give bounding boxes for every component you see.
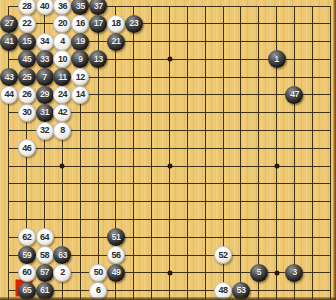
intersection-D7[interactable]	[54, 211, 72, 229]
intersection-E7[interactable]	[71, 211, 89, 229]
intersection-N4[interactable]	[214, 264, 232, 282]
intersection-R11[interactable]	[286, 139, 304, 157]
intersection-A5[interactable]	[0, 246, 18, 264]
intersection-R19[interactable]	[286, 0, 304, 15]
intersection-O14[interactable]	[232, 86, 250, 104]
intersection-O9[interactable]	[232, 175, 250, 193]
intersection-G15[interactable]	[107, 68, 125, 86]
intersection-M5[interactable]	[196, 246, 214, 264]
intersection-Q5[interactable]	[268, 246, 286, 264]
intersection-O19[interactable]	[232, 0, 250, 15]
intersection-N18[interactable]	[214, 15, 232, 33]
intersection-E9[interactable]	[71, 175, 89, 193]
intersection-D16[interactable]: 10	[54, 51, 72, 69]
intersection-L4[interactable]	[178, 264, 196, 282]
intersection-E11[interactable]	[71, 139, 89, 157]
intersection-K14[interactable]	[161, 86, 179, 104]
intersection-E16[interactable]: 9	[71, 51, 89, 69]
intersection-B12[interactable]	[18, 122, 36, 140]
intersection-P18[interactable]	[250, 15, 268, 33]
intersection-A19[interactable]	[0, 0, 18, 15]
intersection-D11[interactable]	[54, 139, 72, 157]
intersection-O12[interactable]	[232, 122, 250, 140]
intersection-J5[interactable]	[143, 246, 161, 264]
intersection-L5[interactable]	[178, 246, 196, 264]
intersection-D19[interactable]: 36	[54, 0, 72, 15]
intersection-R9[interactable]	[286, 175, 304, 193]
intersection-M16[interactable]	[196, 51, 214, 69]
intersection-E17[interactable]: 19	[71, 33, 89, 51]
intersection-D14[interactable]: 24	[54, 86, 72, 104]
intersection-C9[interactable]	[36, 175, 54, 193]
intersection-Q4[interactable]	[268, 264, 286, 282]
intersection-N11[interactable]	[214, 139, 232, 157]
intersection-P12[interactable]	[250, 122, 268, 140]
intersection-G4[interactable]: 49	[107, 264, 125, 282]
intersection-P9[interactable]	[250, 175, 268, 193]
intersection-N14[interactable]	[214, 86, 232, 104]
intersection-F4[interactable]: 50	[89, 264, 107, 282]
intersection-R17[interactable]	[286, 33, 304, 51]
intersection-M11[interactable]	[196, 139, 214, 157]
intersection-R13[interactable]	[286, 104, 304, 122]
intersection-F17[interactable]	[89, 33, 107, 51]
intersection-S16[interactable]	[303, 51, 321, 69]
intersection-C12[interactable]: 32	[36, 122, 54, 140]
intersection-G9[interactable]	[107, 175, 125, 193]
intersection-O16[interactable]	[232, 51, 250, 69]
intersection-S12[interactable]	[303, 122, 321, 140]
intersection-A12[interactable]	[0, 122, 18, 140]
intersection-O5[interactable]	[232, 246, 250, 264]
intersection-C13[interactable]: 31	[36, 104, 54, 122]
intersection-H18[interactable]: 23	[125, 15, 143, 33]
intersection-K15[interactable]	[161, 68, 179, 86]
intersection-Q12[interactable]	[268, 122, 286, 140]
intersection-Q15[interactable]	[268, 68, 286, 86]
intersection-J18[interactable]	[143, 15, 161, 33]
intersection-M15[interactable]	[196, 68, 214, 86]
intersection-E12[interactable]	[71, 122, 89, 140]
intersection-C4[interactable]: 57	[36, 264, 54, 282]
intersection-R15[interactable]	[286, 68, 304, 86]
intersection-N8[interactable]	[214, 193, 232, 211]
intersection-H14[interactable]	[125, 86, 143, 104]
intersection-D5[interactable]: 63	[54, 246, 72, 264]
intersection-D6[interactable]	[54, 228, 72, 246]
intersection-E13[interactable]	[71, 104, 89, 122]
intersection-N9[interactable]	[214, 175, 232, 193]
intersection-A15[interactable]: 43	[0, 68, 18, 86]
intersection-B19[interactable]: 28	[18, 0, 36, 15]
intersection-S8[interactable]	[303, 193, 321, 211]
intersection-O10[interactable]	[232, 157, 250, 175]
intersection-A16[interactable]	[0, 51, 18, 69]
intersection-K19[interactable]	[161, 0, 179, 15]
intersection-D15[interactable]: 11	[54, 68, 72, 86]
intersection-K13[interactable]	[161, 104, 179, 122]
intersection-B17[interactable]: 15	[18, 33, 36, 51]
intersection-F5[interactable]	[89, 246, 107, 264]
intersection-B8[interactable]	[18, 193, 36, 211]
intersection-H6[interactable]	[125, 228, 143, 246]
intersection-S19[interactable]	[303, 0, 321, 15]
intersection-R5[interactable]	[286, 246, 304, 264]
intersection-B14[interactable]: 26	[18, 86, 36, 104]
intersection-M7[interactable]	[196, 211, 214, 229]
intersection-F16[interactable]: 13	[89, 51, 107, 69]
intersection-N15[interactable]	[214, 68, 232, 86]
intersection-Q18[interactable]	[268, 15, 286, 33]
intersection-R7[interactable]	[286, 211, 304, 229]
intersection-L19[interactable]	[178, 0, 196, 15]
intersection-B16[interactable]: 45	[18, 51, 36, 69]
intersection-G14[interactable]	[107, 86, 125, 104]
stone-white-60: 60	[18, 264, 36, 282]
stone-black-15: 15	[18, 33, 36, 51]
intersection-C8[interactable]	[36, 193, 54, 211]
intersection-H10[interactable]	[125, 157, 143, 175]
intersection-Q6[interactable]	[268, 228, 286, 246]
intersection-H5[interactable]	[125, 246, 143, 264]
stone-black-7: 7	[36, 68, 54, 86]
intersection-L6[interactable]	[178, 228, 196, 246]
intersection-Q17[interactable]	[268, 33, 286, 51]
intersection-C11[interactable]	[36, 139, 54, 157]
intersection-C6[interactable]: 64	[36, 228, 54, 246]
intersection-A9[interactable]	[0, 175, 18, 193]
stone-black-3: 3	[285, 264, 303, 282]
intersection-H12[interactable]	[125, 122, 143, 140]
intersection-O18[interactable]	[232, 15, 250, 33]
intersection-J11[interactable]	[143, 139, 161, 157]
intersection-N13[interactable]	[214, 104, 232, 122]
intersection-N5[interactable]: 52	[214, 246, 232, 264]
intersection-N16[interactable]	[214, 51, 232, 69]
intersection-P6[interactable]	[250, 228, 268, 246]
intersection-M4[interactable]	[196, 264, 214, 282]
intersection-J10[interactable]	[143, 157, 161, 175]
intersection-Q13[interactable]	[268, 104, 286, 122]
intersection-G19[interactable]	[107, 0, 125, 15]
intersection-M13[interactable]	[196, 104, 214, 122]
intersection-S5[interactable]	[303, 246, 321, 264]
intersection-J19[interactable]	[143, 0, 161, 15]
intersection-R14[interactable]: 47	[286, 86, 304, 104]
intersection-H17[interactable]	[125, 33, 143, 51]
intersection-J8[interactable]	[143, 193, 161, 211]
intersection-M17[interactable]	[196, 33, 214, 51]
intersection-P16[interactable]	[250, 51, 268, 69]
intersection-P7[interactable]	[250, 211, 268, 229]
intersection-B15[interactable]: 25	[18, 68, 36, 86]
intersection-N6[interactable]	[214, 228, 232, 246]
intersection-E6[interactable]	[71, 228, 89, 246]
intersection-M9[interactable]	[196, 175, 214, 193]
intersection-P17[interactable]	[250, 33, 268, 51]
intersection-Q7[interactable]	[268, 211, 286, 229]
intersection-E15[interactable]: 12	[71, 68, 89, 86]
intersection-H16[interactable]	[125, 51, 143, 69]
intersection-J13[interactable]	[143, 104, 161, 122]
intersection-D17[interactable]: 4	[54, 33, 72, 51]
intersection-J12[interactable]	[143, 122, 161, 140]
intersection-E19[interactable]: 35	[71, 0, 89, 15]
intersection-C19[interactable]: 40	[36, 0, 54, 15]
intersection-H8[interactable]	[125, 193, 143, 211]
intersection-M12[interactable]	[196, 122, 214, 140]
stone-black-49: 49	[107, 264, 125, 282]
intersection-L15[interactable]	[178, 68, 196, 86]
intersection-B7[interactable]	[18, 211, 36, 229]
intersection-E8[interactable]	[71, 193, 89, 211]
intersection-G13[interactable]	[107, 104, 125, 122]
intersection-O13[interactable]	[232, 104, 250, 122]
intersection-F12[interactable]	[89, 122, 107, 140]
intersection-D8[interactable]	[54, 193, 72, 211]
intersection-Q14[interactable]	[268, 86, 286, 104]
intersection-F8[interactable]	[89, 193, 107, 211]
intersection-O4[interactable]	[232, 264, 250, 282]
intersection-D18[interactable]: 20	[54, 15, 72, 33]
intersection-L11[interactable]	[178, 139, 196, 157]
intersection-J7[interactable]	[143, 211, 161, 229]
intersection-A10[interactable]	[0, 157, 18, 175]
intersection-A13[interactable]	[0, 104, 18, 122]
intersection-M19[interactable]	[196, 0, 214, 15]
intersection-E5[interactable]	[71, 246, 89, 264]
intersection-L12[interactable]	[178, 122, 196, 140]
intersection-Q16[interactable]: 1	[268, 51, 286, 69]
stone-white-16: 16	[71, 15, 89, 33]
intersection-S10[interactable]	[303, 157, 321, 175]
intersection-L8[interactable]	[178, 193, 196, 211]
intersection-P19[interactable]	[250, 0, 268, 15]
intersection-S15[interactable]	[303, 68, 321, 86]
intersection-B5[interactable]: 59	[18, 246, 36, 264]
intersection-P5[interactable]	[250, 246, 268, 264]
intersection-F13[interactable]	[89, 104, 107, 122]
intersection-R4[interactable]: 3	[286, 264, 304, 282]
intersection-C7[interactable]	[36, 211, 54, 229]
intersection-C18[interactable]	[36, 15, 54, 33]
intersection-E14[interactable]: 14	[71, 86, 89, 104]
intersection-F9[interactable]	[89, 175, 107, 193]
intersection-A6[interactable]	[0, 228, 18, 246]
intersection-R8[interactable]	[286, 193, 304, 211]
intersection-A8[interactable]	[0, 193, 18, 211]
intersection-O15[interactable]	[232, 68, 250, 86]
intersection-M18[interactable]	[196, 15, 214, 33]
intersection-K18[interactable]	[161, 15, 179, 33]
intersection-Q10[interactable]	[268, 157, 286, 175]
intersection-G11[interactable]	[107, 139, 125, 157]
intersection-B6[interactable]: 62	[18, 228, 36, 246]
intersection-L10[interactable]	[178, 157, 196, 175]
intersection-H9[interactable]	[125, 175, 143, 193]
intersection-P13[interactable]	[250, 104, 268, 122]
intersection-L17[interactable]	[178, 33, 196, 51]
intersection-S9[interactable]	[303, 175, 321, 193]
intersection-D10[interactable]	[54, 157, 72, 175]
stone-black-57: 57	[36, 264, 54, 282]
intersection-S14[interactable]	[303, 86, 321, 104]
intersection-L16[interactable]	[178, 51, 196, 69]
intersection-L9[interactable]	[178, 175, 196, 193]
intersection-N10[interactable]	[214, 157, 232, 175]
intersection-S17[interactable]	[303, 33, 321, 51]
intersection-K7[interactable]	[161, 211, 179, 229]
intersection-G8[interactable]	[107, 193, 125, 211]
intersection-B18[interactable]: 22	[18, 15, 36, 33]
stone-black-5: 5	[250, 264, 268, 282]
intersection-K12[interactable]	[161, 122, 179, 140]
intersection-F18[interactable]: 17	[89, 15, 107, 33]
intersection-G6[interactable]: 51	[107, 228, 125, 246]
intersection-G7[interactable]	[107, 211, 125, 229]
intersection-S6[interactable]	[303, 228, 321, 246]
intersection-G12[interactable]	[107, 122, 125, 140]
intersection-Q19[interactable]	[268, 0, 286, 15]
intersection-H15[interactable]	[125, 68, 143, 86]
intersection-P10[interactable]	[250, 157, 268, 175]
intersection-G5[interactable]: 56	[107, 246, 125, 264]
intersection-J6[interactable]	[143, 228, 161, 246]
intersection-K6[interactable]	[161, 228, 179, 246]
intersection-L7[interactable]	[178, 211, 196, 229]
intersection-C10[interactable]	[36, 157, 54, 175]
intersection-K8[interactable]	[161, 193, 179, 211]
intersection-M6[interactable]	[196, 228, 214, 246]
intersection-O8[interactable]	[232, 193, 250, 211]
intersection-C16[interactable]: 33	[36, 51, 54, 69]
intersection-O6[interactable]	[232, 228, 250, 246]
intersection-G18[interactable]: 18	[107, 15, 125, 33]
intersection-M8[interactable]	[196, 193, 214, 211]
intersection-P14[interactable]	[250, 86, 268, 104]
intersection-P4[interactable]: 5	[250, 264, 268, 282]
intersection-Q8[interactable]	[268, 193, 286, 211]
intersection-F14[interactable]	[89, 86, 107, 104]
intersection-N17[interactable]	[214, 33, 232, 51]
intersection-R18[interactable]	[286, 15, 304, 33]
intersection-R12[interactable]	[286, 122, 304, 140]
intersection-A17[interactable]: 41	[0, 33, 18, 51]
intersection-K4[interactable]	[161, 264, 179, 282]
intersection-K11[interactable]	[161, 139, 179, 157]
intersection-F10[interactable]	[89, 157, 107, 175]
intersection-F6[interactable]	[89, 228, 107, 246]
intersection-N12[interactable]	[214, 122, 232, 140]
intersection-A11[interactable]	[0, 139, 18, 157]
intersection-J15[interactable]	[143, 68, 161, 86]
intersection-C5[interactable]: 58	[36, 246, 54, 264]
intersection-B9[interactable]	[18, 175, 36, 193]
intersection-S7[interactable]	[303, 211, 321, 229]
intersection-K16[interactable]	[161, 51, 179, 69]
intersection-H11[interactable]	[125, 139, 143, 157]
intersection-J14[interactable]	[143, 86, 161, 104]
intersection-L14[interactable]	[178, 86, 196, 104]
intersection-E10[interactable]	[71, 157, 89, 175]
intersection-Q9[interactable]	[268, 175, 286, 193]
intersection-D9[interactable]	[54, 175, 72, 193]
intersection-M10[interactable]	[196, 157, 214, 175]
intersection-S4[interactable]	[303, 264, 321, 282]
intersection-H4[interactable]	[125, 264, 143, 282]
intersection-C14[interactable]: 29	[36, 86, 54, 104]
intersection-G17[interactable]: 21	[107, 33, 125, 51]
board-grid: 2840363537272220161718234115344192145331…	[0, 0, 336, 300]
intersection-K9[interactable]	[161, 175, 179, 193]
intersection-O11[interactable]	[232, 139, 250, 157]
stone-white-32: 32	[36, 122, 54, 140]
intersection-Q11[interactable]	[268, 139, 286, 157]
intersection-S13[interactable]	[303, 104, 321, 122]
intersection-O7[interactable]	[232, 211, 250, 229]
intersection-P8[interactable]	[250, 193, 268, 211]
intersection-G16[interactable]	[107, 51, 125, 69]
intersection-F11[interactable]	[89, 139, 107, 157]
stone-black-45: 45	[18, 50, 36, 68]
intersection-O17[interactable]	[232, 33, 250, 51]
intersection-H19[interactable]	[125, 0, 143, 15]
intersection-S18[interactable]	[303, 15, 321, 33]
intersection-H13[interactable]	[125, 104, 143, 122]
intersection-R10[interactable]	[286, 157, 304, 175]
intersection-K10[interactable]	[161, 157, 179, 175]
intersection-N19[interactable]	[214, 0, 232, 15]
intersection-N7[interactable]	[214, 211, 232, 229]
intersection-J16[interactable]	[143, 51, 161, 69]
intersection-M14[interactable]	[196, 86, 214, 104]
intersection-K5[interactable]	[161, 246, 179, 264]
intersection-A7[interactable]	[0, 211, 18, 229]
intersection-K17[interactable]	[161, 33, 179, 51]
intersection-C15[interactable]: 7	[36, 68, 54, 86]
intersection-J17[interactable]	[143, 33, 161, 51]
intersection-C17[interactable]: 34	[36, 33, 54, 51]
intersection-F15[interactable]	[89, 68, 107, 86]
intersection-D12[interactable]: 8	[54, 122, 72, 140]
intersection-G10[interactable]	[107, 157, 125, 175]
stone-black-51: 51	[107, 228, 125, 246]
intersection-P15[interactable]	[250, 68, 268, 86]
intersection-F7[interactable]	[89, 211, 107, 229]
intersection-E18[interactable]: 16	[71, 15, 89, 33]
intersection-D13[interactable]: 42	[54, 104, 72, 122]
intersection-R6[interactable]	[286, 228, 304, 246]
intersection-E4[interactable]	[71, 264, 89, 282]
intersection-L13[interactable]	[178, 104, 196, 122]
intersection-A18[interactable]: 27	[0, 15, 18, 33]
intersection-F19[interactable]: 37	[89, 0, 107, 15]
intersection-J4[interactable]	[143, 264, 161, 282]
intersection-D4[interactable]: 2	[54, 264, 72, 282]
intersection-J9[interactable]	[143, 175, 161, 193]
intersection-S11[interactable]	[303, 139, 321, 157]
intersection-B10[interactable]	[18, 157, 36, 175]
stone-white-8: 8	[53, 122, 71, 140]
intersection-B11[interactable]: 46	[18, 139, 36, 157]
intersection-H7[interactable]	[125, 211, 143, 229]
intersection-R16[interactable]	[286, 51, 304, 69]
intersection-B4[interactable]: 60	[18, 264, 36, 282]
intersection-L18[interactable]	[178, 15, 196, 33]
intersection-B13[interactable]: 30	[18, 104, 36, 122]
intersection-P11[interactable]	[250, 139, 268, 157]
intersection-A14[interactable]: 44	[0, 86, 18, 104]
